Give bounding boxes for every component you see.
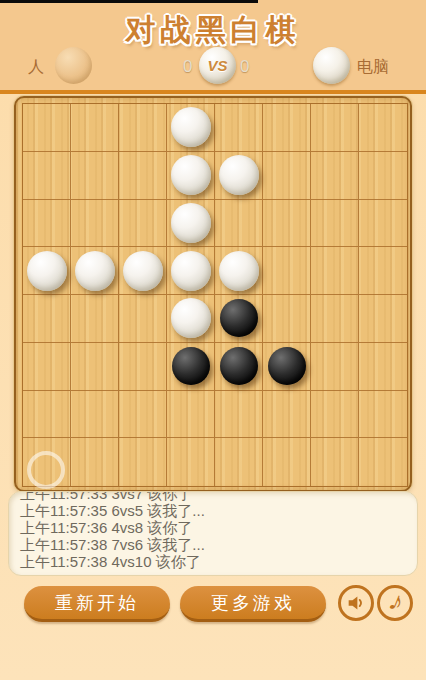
board-cell[interactable] [71,343,119,391]
white-disc [171,298,211,338]
board-cell[interactable] [119,343,167,391]
board-cell[interactable] [167,438,215,486]
board-cell[interactable] [263,391,311,439]
page-title: 对战黑白棋 [0,10,426,51]
board-cell[interactable] [119,247,167,295]
board-cell[interactable] [215,438,263,486]
computer-score: 0 [240,57,249,77]
board-cell[interactable] [167,104,215,152]
board-cell[interactable] [215,152,263,200]
board-cell[interactable] [23,343,71,391]
board-cell[interactable] [23,200,71,248]
board-cell[interactable] [71,247,119,295]
board-cell[interactable] [311,295,359,343]
board-cell[interactable] [359,391,407,439]
computer-disc-icon [313,47,350,84]
board-cell[interactable] [23,152,71,200]
board-cell[interactable] [119,295,167,343]
board-cell[interactable] [311,343,359,391]
white-disc [75,251,115,291]
white-disc [27,251,67,291]
board-cell[interactable] [359,343,407,391]
board-cell[interactable] [311,438,359,486]
black-disc [172,347,210,385]
music-toggle-button[interactable]: ♪ [377,585,413,621]
board-cell[interactable] [215,200,263,248]
white-disc [171,251,211,291]
board-cell[interactable] [215,104,263,152]
board-cell[interactable] [263,295,311,343]
log-entry: 上午11:57:35 6vs5 该我了... [20,502,417,519]
board-cell[interactable] [311,391,359,439]
board-cell[interactable] [311,104,359,152]
board-cell[interactable] [23,391,71,439]
board-cell[interactable] [311,200,359,248]
black-disc [220,347,258,385]
score-row: 人 0 VS 0 电脑 [0,46,426,86]
restart-button[interactable]: 重新开始 [24,586,170,622]
board-cell[interactable] [359,200,407,248]
computer-player-label: 电脑 [357,57,389,78]
board-cell[interactable] [119,391,167,439]
board-cell[interactable] [215,295,263,343]
board-cell[interactable] [359,438,407,486]
board-cell[interactable] [71,391,119,439]
board-cell[interactable] [167,247,215,295]
log-entry: 上午11:57:36 4vs8 该你了 [20,519,417,536]
board-cell[interactable] [359,152,407,200]
board-cell[interactable] [359,104,407,152]
app-window: 对战黑白棋 人 0 VS 0 电脑 上午11:57:33 3vs7 该你了 上午… [0,0,426,680]
white-disc [219,155,259,195]
board-cell[interactable] [119,200,167,248]
music-note-icon: ♪ [385,586,408,616]
sound-toggle-button[interactable] [338,585,374,621]
vs-label: VS [207,57,227,74]
black-disc [268,347,306,385]
vs-badge-icon: VS [199,47,236,84]
human-score: 0 [183,57,192,77]
board-cell[interactable] [71,200,119,248]
board-cell[interactable] [71,152,119,200]
board-cell[interactable] [23,247,71,295]
white-disc [171,155,211,195]
board-cell[interactable] [311,247,359,295]
log-entry: 上午11:57:33 3vs7 该你了 [20,491,417,502]
white-disc [219,251,259,291]
board-cell[interactable] [215,343,263,391]
game-log-panel[interactable]: 上午11:57:33 3vs7 该你了 上午11:57:35 6vs5 该我了.… [8,491,418,576]
board-cell[interactable] [167,391,215,439]
more-games-button[interactable]: 更多游戏 [180,586,326,622]
board-grid [22,103,408,487]
board-cell[interactable] [215,247,263,295]
log-entry: 上午11:57:38 4vs10 该你了 [20,553,417,570]
hint-ring [27,451,65,489]
human-player-label: 人 [28,57,44,78]
white-disc [123,251,163,291]
board-cell[interactable] [215,391,263,439]
board-cell[interactable] [119,152,167,200]
board-cell[interactable] [119,438,167,486]
board-cell[interactable] [263,152,311,200]
board-cell[interactable] [263,438,311,486]
board-cell[interactable] [167,295,215,343]
white-disc [171,203,211,243]
board-cell[interactable] [167,343,215,391]
game-board [14,96,412,492]
board-cell[interactable] [71,295,119,343]
board-cell[interactable] [359,295,407,343]
board-cell[interactable] [167,200,215,248]
speaker-icon [345,592,367,614]
white-disc [171,107,211,147]
board-cell[interactable] [71,438,119,486]
board-cell[interactable] [167,152,215,200]
board-cell[interactable] [263,343,311,391]
header: 对战黑白棋 人 0 VS 0 电脑 [0,0,426,90]
board-cell[interactable] [119,104,167,152]
board-cell[interactable] [23,295,71,343]
board-cell[interactable] [311,152,359,200]
status-bar-remnant [0,0,258,3]
board-cell[interactable] [263,200,311,248]
board-cell[interactable] [263,247,311,295]
board-cell[interactable] [71,104,119,152]
log-entry: 上午11:57:38 7vs6 该我了... [20,536,417,553]
black-disc [220,299,258,337]
board-cell[interactable] [23,104,71,152]
board-cell[interactable] [263,104,311,152]
human-disc-icon [55,47,92,84]
header-divider [0,90,426,94]
board-cell[interactable] [359,247,407,295]
